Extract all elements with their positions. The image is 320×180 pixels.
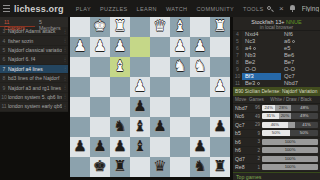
piece-bP[interactable]: ♟ xyxy=(150,117,170,137)
piece-bP[interactable]: ♟ xyxy=(90,137,110,157)
win-rate-bar: 100% xyxy=(262,147,318,153)
square[interactable] xyxy=(110,97,130,117)
explorer-move: Re8 xyxy=(233,164,249,170)
square[interactable] xyxy=(170,97,190,117)
square[interactable]: ♟ xyxy=(210,117,230,137)
move-row: 7Nb3Be6 xyxy=(233,52,320,59)
piece-bR[interactable]: ♜ xyxy=(210,157,230,177)
move-white[interactable]: Bf3 xyxy=(242,73,281,80)
move-white[interactable]: Nc3 xyxy=(242,38,281,45)
explorer-games: 2 xyxy=(249,156,262,161)
square[interactable]: ♟ xyxy=(110,137,130,157)
chapter-item[interactable]: 8bd3 lines of the Najdorf⋮ xyxy=(0,74,68,83)
bar-segment-b: 41% xyxy=(295,122,318,128)
move-black[interactable]: Be7 xyxy=(281,59,320,66)
win-rate-bar: 24%28%48% xyxy=(262,105,318,111)
nav-item-play[interactable]: PLAY xyxy=(76,6,91,12)
challenge-icon[interactable]: × xyxy=(279,5,284,13)
square[interactable] xyxy=(190,97,210,117)
piece-wR[interactable]: ♜ xyxy=(210,17,230,37)
square[interactable]: ♚ xyxy=(90,17,110,37)
square[interactable] xyxy=(90,77,110,97)
bar-segment-d: 100% xyxy=(262,139,318,145)
square[interactable] xyxy=(210,137,230,157)
square[interactable] xyxy=(130,37,150,57)
square[interactable] xyxy=(150,37,170,57)
chapter-number: 10 xyxy=(0,94,8,100)
move-white[interactable]: Nxd4 xyxy=(242,31,281,38)
square[interactable] xyxy=(90,57,110,77)
chapter-item[interactable]: 10london system 5. qb6 lines⋮ xyxy=(0,93,68,102)
square[interactable]: ♜ xyxy=(210,17,230,37)
square[interactable] xyxy=(210,57,230,77)
win-rate-bar: 46%41% xyxy=(262,122,318,128)
move-black[interactable]: O-O xyxy=(281,66,320,73)
move-white[interactable]: O-O xyxy=(242,66,281,73)
nav-item-watch[interactable]: WATCH xyxy=(166,6,188,12)
chapter-number: 7 xyxy=(0,66,8,72)
explorer-move: Nc6 xyxy=(233,113,249,119)
chapter-edit-icon[interactable]: ⋮ xyxy=(62,47,68,52)
square[interactable]: ♟ xyxy=(70,137,90,157)
square[interactable]: ♟ xyxy=(170,37,190,57)
explorer-move: Qc7 xyxy=(233,122,249,128)
square[interactable] xyxy=(150,57,170,77)
square[interactable]: ♚ xyxy=(90,157,110,177)
chapter-edit-icon[interactable]: ⋮ xyxy=(62,85,68,90)
comment-icon xyxy=(257,82,260,85)
piece-wP[interactable]: ♟ xyxy=(130,77,150,97)
explorer-games: 96 xyxy=(249,105,262,110)
explorer-games: 2 xyxy=(249,148,262,153)
move-row: 6a4e5 xyxy=(233,45,320,52)
square[interactable]: ♞ xyxy=(170,57,190,77)
bar-segment-d: 100% xyxy=(262,147,318,153)
chapter-item[interactable]: 5Najdorf classical variation⋮ xyxy=(0,46,68,55)
piece-bB[interactable]: ♝ xyxy=(130,137,150,157)
piece-bP[interactable]: ♟ xyxy=(70,137,90,157)
square[interactable] xyxy=(170,137,190,157)
move-number: 6 xyxy=(233,45,242,52)
chess-board[interactable]: ♚♜♛♝♜♟♟♟♟♟♝♞♞♟♟♟♞♝♟♟♟♟♟♝♟♚♜♛♞♜ xyxy=(70,17,230,177)
square[interactable]: ♟ xyxy=(130,77,150,97)
piece-wB[interactable]: ♝ xyxy=(110,57,130,77)
square[interactable]: ♝ xyxy=(130,137,150,157)
square[interactable]: ♟ xyxy=(130,97,150,117)
square[interactable]: ♟ xyxy=(150,117,170,137)
study-tabs: 11 Chapters 5 Members xyxy=(0,17,68,27)
explorer-move: b5 xyxy=(233,130,249,136)
chapter-edit-icon[interactable]: ⋮ xyxy=(62,29,68,34)
move-number: 5 xyxy=(233,38,242,45)
move-row: 8Be2Be7 xyxy=(233,59,320,66)
tab-chapters[interactable]: 11 Chapters xyxy=(0,17,35,27)
bar-segment-b: 48% xyxy=(291,105,318,111)
chapter-edit-icon[interactable]: ⋮ xyxy=(62,76,68,81)
piece-wN[interactable]: ♞ xyxy=(170,57,190,77)
move-row: 10Bf3Qc7 xyxy=(233,73,320,80)
explorer-row[interactable]: Qc72946%41% xyxy=(233,121,320,130)
explorer-move: Qd7 xyxy=(233,156,249,162)
chapter-edit-icon[interactable]: ⋮ xyxy=(62,104,68,109)
opening-name: B90 Sicilian Defense: Najdorf Variation xyxy=(233,87,320,96)
square[interactable] xyxy=(190,117,210,137)
engine-location: in local browser xyxy=(233,25,320,30)
chapter-edit-icon[interactable]: ⋮ xyxy=(62,38,68,43)
bar-segment-w: 31% xyxy=(262,113,279,119)
chapter-label: Najdorf a4 lines xyxy=(8,66,62,72)
square[interactable]: ♟ xyxy=(110,37,130,57)
move-row: 4Nxd4Nf6 xyxy=(233,31,320,38)
chapter-label: bd3 lines of the Najdorf xyxy=(8,75,62,81)
explorer-header-wdb: White / Draw / Black xyxy=(262,97,320,102)
piece-wP[interactable]: ♟ xyxy=(90,37,110,57)
bar-segment-d: 28% xyxy=(275,105,291,111)
chapter-label: london system 5. qb6 lines xyxy=(8,94,62,100)
square[interactable] xyxy=(90,117,110,137)
square[interactable]: ♟ xyxy=(190,37,210,57)
chapter-number: 11 xyxy=(0,103,8,109)
piece-wP[interactable]: ♟ xyxy=(190,37,210,57)
piece-wB[interactable]: ♝ xyxy=(170,17,190,37)
square[interactable] xyxy=(190,77,210,97)
top-nav: lichess.org PLAY PUZZLES LEARN WATCH COM… xyxy=(0,0,320,17)
square[interactable] xyxy=(70,57,90,77)
nav-item-learn[interactable]: LEARN xyxy=(137,6,157,12)
chapter-item[interactable]: 4fisher sozin⋮ xyxy=(0,36,68,45)
square[interactable]: ♜ xyxy=(210,157,230,177)
analysis-panel: Stockfish 13+ NNUE in local browser 4Nxd… xyxy=(233,17,320,180)
move-row: 5Nc3a6 xyxy=(233,38,320,45)
square[interactable] xyxy=(70,157,90,177)
explorer-header-games: Games xyxy=(249,97,262,102)
chapter-number: 5 xyxy=(0,47,8,53)
explorer-games: 29 xyxy=(249,122,262,127)
move-number: 11 xyxy=(233,80,242,87)
move-list: 4Nxd4Nf65Nc3a66a4e57Nb3Be68Be2Be79O-OO-O… xyxy=(233,31,320,87)
square[interactable] xyxy=(190,17,210,37)
engine-name: Stockfish 13+ xyxy=(251,19,284,25)
explorer-rows: Nbd79624%28%48%Nc64931%20%49%Qc72946%41%… xyxy=(233,104,320,172)
move-white[interactable]: Nb3 xyxy=(242,52,281,59)
chapter-edit-icon[interactable]: ⋮ xyxy=(62,57,68,62)
move-row: 9O-OO-O xyxy=(233,66,320,73)
explorer-header: Move Games White / Draw / Black xyxy=(233,96,320,104)
win-rate-bar: 100% xyxy=(262,139,318,145)
square[interactable] xyxy=(210,37,230,57)
piece-bP[interactable]: ♟ xyxy=(130,97,150,117)
piece-bR[interactable]: ♜ xyxy=(110,157,130,177)
bar-segment-b: 49% xyxy=(291,113,318,119)
square[interactable]: ♞ xyxy=(110,117,130,137)
tab-members[interactable]: 5 Members xyxy=(35,17,68,27)
chapter-number: 3 xyxy=(0,28,8,34)
chapter-item[interactable]: 9Najdorf a3 and rg1 lines⋮ xyxy=(0,83,68,92)
comment-icon xyxy=(292,40,295,43)
explorer-move: b6 xyxy=(233,139,249,145)
square[interactable] xyxy=(90,97,110,117)
chapter-item[interactable]: 3Najdorf Adams attack⋮ xyxy=(0,27,68,36)
square[interactable]: ♟ xyxy=(90,137,110,157)
bar-segment-d: 100% xyxy=(262,164,318,170)
piece-wP[interactable]: ♟ xyxy=(70,37,90,57)
chapter-number: 9 xyxy=(0,85,8,91)
chapter-item[interactable]: 7Najdorf a4 lines⋮ xyxy=(0,65,68,74)
move-number: 4 xyxy=(233,31,242,38)
chapter-label: Najdorf 6. f4 xyxy=(8,56,62,62)
move-number: 7 xyxy=(233,52,242,59)
top-games-link[interactable]: Top games xyxy=(233,172,320,180)
square[interactable]: ♟ xyxy=(90,37,110,57)
square[interactable] xyxy=(110,77,130,97)
lichess-logo[interactable]: lichess.org xyxy=(14,4,64,14)
piece-wQ[interactable]: ♛ xyxy=(150,17,170,37)
chapter-label: Najdorf a3 and rg1 lines xyxy=(8,85,62,91)
explorer-row[interactable]: b63100% xyxy=(233,138,320,147)
engine-box[interactable]: Stockfish 13+ NNUE in local browser xyxy=(233,17,320,31)
square[interactable]: ♝ xyxy=(170,17,190,37)
chapter-item[interactable]: 6Najdorf 6. f4⋮ xyxy=(0,55,68,64)
square[interactable]: ♝ xyxy=(130,117,150,137)
bar-segment-b: 50% xyxy=(290,130,318,136)
explorer-games: 1 xyxy=(249,165,262,170)
move-black[interactable]: Nbd7 xyxy=(281,80,320,87)
square[interactable]: ♞ xyxy=(190,157,210,177)
explorer-header-move: Move xyxy=(233,97,249,102)
move-black[interactable]: Be6 xyxy=(281,52,320,59)
piece-wP[interactable]: ♟ xyxy=(110,37,130,57)
piece-bK[interactable]: ♚ xyxy=(90,157,110,177)
square[interactable]: ♛ xyxy=(150,157,170,177)
bar-segment-d: 20% xyxy=(279,113,290,119)
square[interactable] xyxy=(150,137,170,157)
square[interactable]: ♟ xyxy=(210,77,230,97)
square[interactable] xyxy=(130,57,150,77)
win-rate-bar: 100% xyxy=(262,164,318,170)
chapter-item[interactable]: 11london system early qb6 lines⋮ xyxy=(0,102,68,111)
piece-bP[interactable]: ♟ xyxy=(110,137,130,157)
piece-wN[interactable]: ♞ xyxy=(190,57,210,77)
move-black[interactable]: a6 xyxy=(281,38,320,45)
explorer-games: 9 xyxy=(249,131,262,136)
chapter-number: 8 xyxy=(0,75,8,81)
square[interactable]: ♟ xyxy=(190,137,210,157)
explorer-move: Nbd7 xyxy=(233,105,249,111)
chapter-edit-icon[interactable]: ⋮ xyxy=(62,66,68,71)
chapter-label: london system early qb6 lines xyxy=(8,103,62,109)
explorer-move: h6 xyxy=(233,147,249,153)
move-white[interactable]: Be3 xyxy=(242,80,281,87)
move-number: 8 xyxy=(233,59,242,66)
piece-bP[interactable]: ♟ xyxy=(190,137,210,157)
square[interactable] xyxy=(130,157,150,177)
win-rate-bar: 100% xyxy=(262,156,318,162)
piece-bN[interactable]: ♞ xyxy=(110,117,130,137)
menu-icon[interactable] xyxy=(3,5,10,12)
explorer-row[interactable]: Nbd79624%28%48% xyxy=(233,104,320,113)
square[interactable] xyxy=(130,17,150,37)
win-rate-bar: 31%20%49% xyxy=(262,113,318,119)
nav-item-puzzles[interactable]: PUZZLES xyxy=(100,6,128,12)
piece-wK[interactable]: ♚ xyxy=(90,17,110,37)
move-black[interactable]: e5 xyxy=(281,45,320,52)
chapter-number: 4 xyxy=(0,38,8,44)
explorer-games: 49 xyxy=(249,114,262,119)
study-sidebar: 11 Chapters 5 Members 3Najdorf Adams att… xyxy=(0,17,68,112)
chapter-label: Najdorf classical variation xyxy=(8,47,62,53)
square[interactable] xyxy=(70,17,90,37)
search-icon[interactable] xyxy=(267,6,273,12)
square[interactable] xyxy=(170,157,190,177)
square[interactable] xyxy=(70,97,90,117)
engine-nnue-badge: NNUE xyxy=(286,19,302,25)
piece-bN[interactable]: ♞ xyxy=(190,157,210,177)
nav-item-community[interactable]: COMMUNITY xyxy=(196,6,234,12)
nav-menu: PLAY PUZZLES LEARN WATCH COMMUNITY TOOLS xyxy=(76,6,264,12)
piece-wP[interactable]: ♟ xyxy=(170,37,190,57)
square[interactable]: ♜ xyxy=(110,17,130,37)
explorer-games: 3 xyxy=(249,139,262,144)
move-black[interactable]: Nf6 xyxy=(281,31,320,38)
move-row: 11Be3Nbd7 xyxy=(233,80,320,87)
bar-segment-d xyxy=(288,122,295,128)
square[interactable] xyxy=(70,117,90,137)
chapter-label: Najdorf Adams attack xyxy=(8,28,62,34)
square[interactable]: ♛ xyxy=(150,17,170,37)
chapter-number: 6 xyxy=(0,56,8,62)
square[interactable] xyxy=(170,77,190,97)
win-rate-bar: 50%50% xyxy=(262,130,318,136)
move-number: 9 xyxy=(233,66,242,73)
piece-wP[interactable]: ♟ xyxy=(210,77,230,97)
comment-icon xyxy=(253,47,256,50)
square[interactable] xyxy=(150,97,170,117)
move-white[interactable]: a4 xyxy=(242,45,281,52)
bar-segment-w: 46% xyxy=(262,122,288,128)
move-black[interactable]: Qc7 xyxy=(281,73,320,80)
chapter-label: fisher sozin xyxy=(8,38,62,44)
move-number: 10 xyxy=(233,73,242,80)
square[interactable] xyxy=(210,97,230,117)
piece-bQ[interactable]: ♛ xyxy=(150,157,170,177)
notifications-icon[interactable] xyxy=(290,5,296,12)
explorer-row[interactable]: Re81100% xyxy=(233,164,320,173)
bar-segment-w: 50% xyxy=(262,130,290,136)
explorer-row[interactable]: Nc64931%20%49% xyxy=(233,113,320,122)
square[interactable]: ♜ xyxy=(110,157,130,177)
explorer-row[interactable]: Qd72100% xyxy=(233,155,320,164)
piece-bB[interactable]: ♝ xyxy=(130,117,150,137)
nav-item-tools[interactable]: TOOLS xyxy=(243,6,264,12)
square[interactable] xyxy=(170,117,190,137)
explorer-row[interactable]: b5950%50% xyxy=(233,130,320,139)
piece-wR[interactable]: ♜ xyxy=(110,17,130,37)
chapter-list: 3Najdorf Adams attack⋮4fisher sozin⋮5Naj… xyxy=(0,27,68,112)
chapter-edit-icon[interactable]: ⋮ xyxy=(62,94,68,99)
move-white[interactable]: Be2 xyxy=(242,59,281,66)
explorer-row[interactable]: h62100% xyxy=(233,147,320,156)
square[interactable] xyxy=(150,77,170,97)
piece-bP[interactable]: ♟ xyxy=(210,117,230,137)
square[interactable]: ♝ xyxy=(110,57,130,77)
bar-segment-w: 24% xyxy=(262,105,275,111)
bar-segment-d: 100% xyxy=(262,156,318,162)
square[interactable]: ♟ xyxy=(70,37,90,57)
square[interactable]: ♞ xyxy=(190,57,210,77)
username[interactable]: Flying xyxy=(302,5,319,12)
square[interactable] xyxy=(70,77,90,97)
